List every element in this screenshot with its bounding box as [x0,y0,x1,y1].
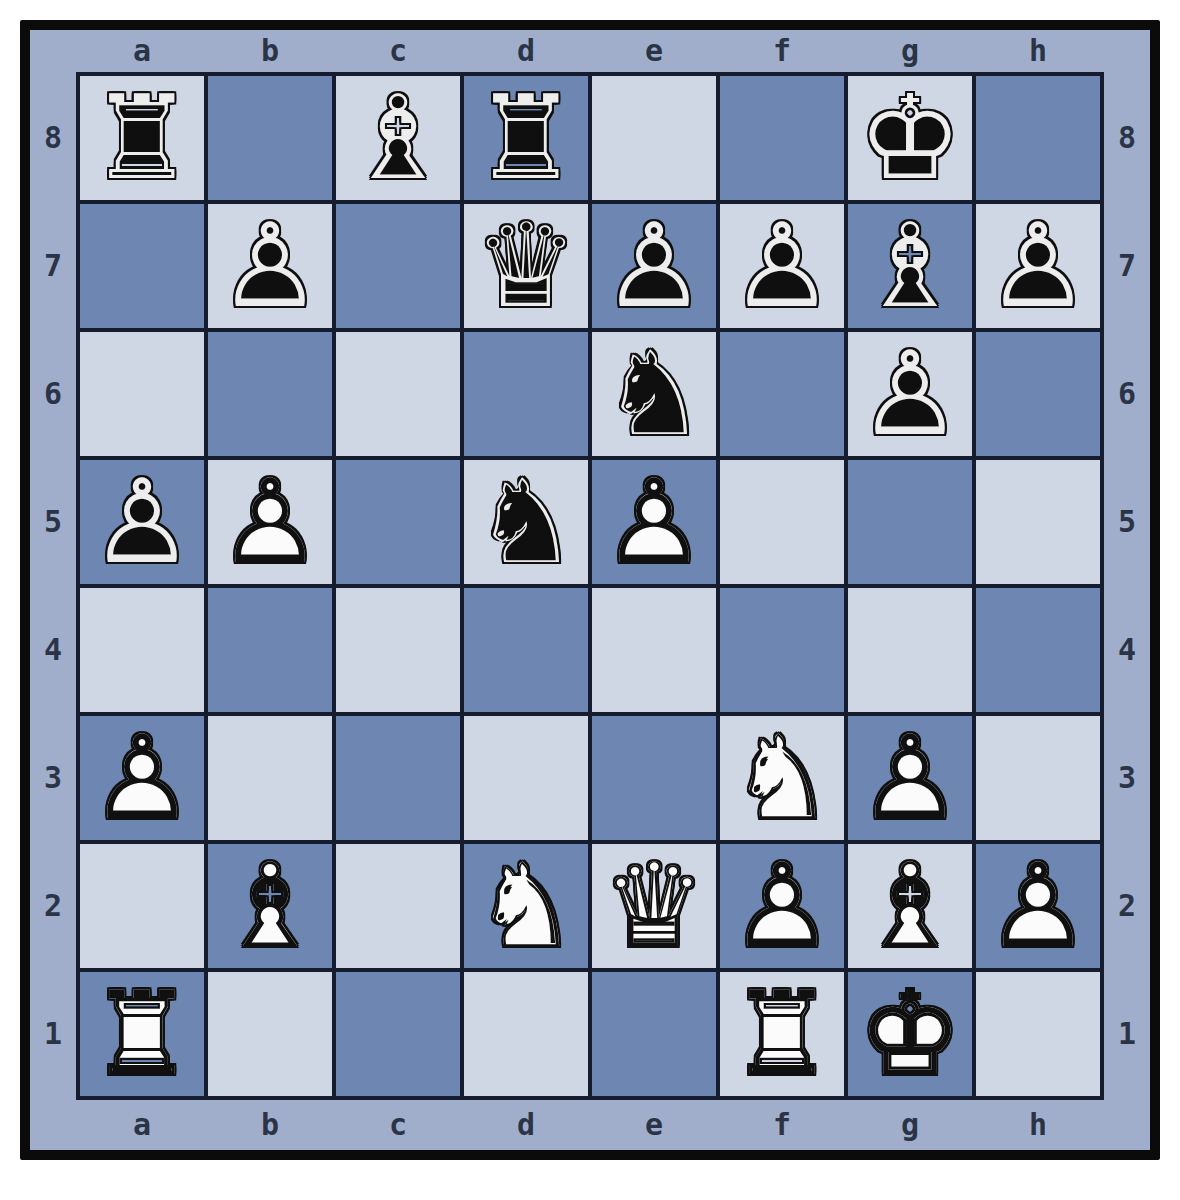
piece-black-knight: ♞♘ [464,460,588,584]
coord-label-4: 4 [30,588,76,712]
square-g6[interactable]: ♟♙ [848,332,972,456]
coord-label-7: 7 [30,204,76,328]
rank-labels-left: 87654321 [30,72,76,1100]
piece-white-pawn: ♟♙ [80,716,204,840]
square-e1[interactable] [592,972,716,1096]
piece-white-pawn: ♟♙ [848,716,972,840]
piece-black-queen: ♛♕ [464,204,588,328]
square-a7[interactable] [80,204,204,328]
piece-white-king: ♚♔ [848,972,972,1096]
square-d6[interactable] [464,332,588,456]
square-e2[interactable]: ♛♕ [592,844,716,968]
square-g2[interactable]: ♝♗ [848,844,972,968]
coord-label-b: b [208,36,332,66]
coord-label-8: 8 [1104,76,1150,200]
coord-label-h: h [976,1110,1100,1140]
board-grid: ♜♖♝♗♜♖♚♔♟♙♛♕♟♙♟♙♝♗♟♙♞♘♟♙♟♙♟♙♞♘♟♙♟♙♞♘♟♙♝♗… [76,72,1104,1100]
square-a5[interactable]: ♟♙ [80,460,204,584]
piece-white-knight: ♞♘ [720,716,844,840]
coord-label-4: 4 [1104,588,1150,712]
piece-white-pawn: ♟♙ [208,460,332,584]
square-g7[interactable]: ♝♗ [848,204,972,328]
piece-black-pawn: ♟♙ [976,204,1100,328]
square-c3[interactable] [336,716,460,840]
square-d7[interactable]: ♛♕ [464,204,588,328]
square-f7[interactable]: ♟♙ [720,204,844,328]
square-c1[interactable] [336,972,460,1096]
square-d4[interactable] [464,588,588,712]
square-h8[interactable] [976,76,1100,200]
coord-label-a: a [80,1110,204,1140]
coord-label-c: c [336,36,460,66]
coord-label-2: 2 [1104,844,1150,968]
coord-label-b: b [208,1110,332,1140]
piece-black-knight: ♞♘ [592,332,716,456]
piece-black-pawn: ♟♙ [208,204,332,328]
piece-white-knight: ♞♘ [464,844,588,968]
piece-black-rook: ♜♖ [80,76,204,200]
square-g4[interactable] [848,588,972,712]
coord-label-g: g [848,1110,972,1140]
square-c4[interactable] [336,588,460,712]
square-e3[interactable] [592,716,716,840]
square-f3[interactable]: ♞♘ [720,716,844,840]
square-f8[interactable] [720,76,844,200]
square-b1[interactable] [208,972,332,1096]
piece-black-pawn: ♟♙ [848,332,972,456]
coord-label-3: 3 [30,716,76,840]
coord-label-d: d [464,36,588,66]
square-e6[interactable]: ♞♘ [592,332,716,456]
board-frame: abcdefgh 87654321 ♜♖♝♗♜♖♚♔♟♙♛♕♟♙♟♙♝♗♟♙♞♘… [30,30,1150,1150]
coord-label-6: 6 [1104,332,1150,456]
square-a8[interactable]: ♜♖ [80,76,204,200]
coord-label-1: 1 [30,972,76,1096]
square-c2[interactable] [336,844,460,968]
square-g5[interactable] [848,460,972,584]
coord-label-6: 6 [30,332,76,456]
piece-black-pawn: ♟♙ [80,460,204,584]
coord-label-8: 8 [30,76,76,200]
piece-black-pawn: ♟♙ [592,204,716,328]
piece-white-pawn: ♟♙ [976,844,1100,968]
square-f1[interactable]: ♜♖ [720,972,844,1096]
square-d1[interactable] [464,972,588,1096]
piece-black-king: ♚♔ [848,76,972,200]
file-labels-bottom: abcdefgh [76,1100,1104,1150]
square-f4[interactable] [720,588,844,712]
square-h4[interactable] [976,588,1100,712]
square-b2[interactable]: ♝♗ [208,844,332,968]
square-e7[interactable]: ♟♙ [592,204,716,328]
coord-label-d: d [464,1110,588,1140]
square-e8[interactable] [592,76,716,200]
piece-black-rook: ♜♖ [464,76,588,200]
coord-label-h: h [976,36,1100,66]
square-a4[interactable] [80,588,204,712]
coord-label-3: 3 [1104,716,1150,840]
coord-label-e: e [592,1110,716,1140]
piece-white-bishop: ♝♗ [848,844,972,968]
piece-white-bishop: ♝♗ [208,844,332,968]
chessboard: abcdefgh 87654321 ♜♖♝♗♜♖♚♔♟♙♛♕♟♙♟♙♝♗♟♙♞♘… [20,20,1160,1160]
coord-label-c: c [336,1110,460,1140]
square-h2[interactable]: ♟♙ [976,844,1100,968]
coord-label-f: f [720,1110,844,1140]
coord-label-5: 5 [30,460,76,584]
square-h1[interactable] [976,972,1100,1096]
square-a2[interactable] [80,844,204,968]
square-g8[interactable]: ♚♔ [848,76,972,200]
coord-label-e: e [592,36,716,66]
square-b6[interactable] [208,332,332,456]
piece-white-rook: ♜♖ [80,972,204,1096]
coord-label-f: f [720,36,844,66]
square-d2[interactable]: ♞♘ [464,844,588,968]
square-h7[interactable]: ♟♙ [976,204,1100,328]
square-a6[interactable] [80,332,204,456]
square-h3[interactable] [976,716,1100,840]
piece-black-pawn: ♟♙ [720,204,844,328]
square-b4[interactable] [208,588,332,712]
square-c7[interactable] [336,204,460,328]
piece-white-pawn: ♟♙ [720,844,844,968]
coord-label-5: 5 [1104,460,1150,584]
square-b3[interactable] [208,716,332,840]
file-labels-top: abcdefgh [76,30,1104,72]
piece-white-pawn: ♟♙ [592,460,716,584]
piece-white-queen: ♛♕ [592,844,716,968]
square-d8[interactable]: ♜♖ [464,76,588,200]
coord-label-a: a [80,36,204,66]
coord-label-7: 7 [1104,204,1150,328]
square-d5[interactable]: ♞♘ [464,460,588,584]
coord-label-2: 2 [30,844,76,968]
piece-black-bishop: ♝♗ [336,76,460,200]
page: abcdefgh 87654321 ♜♖♝♗♜♖♚♔♟♙♛♕♟♙♟♙♝♗♟♙♞♘… [0,0,1180,1160]
square-h5[interactable] [976,460,1100,584]
square-d3[interactable] [464,716,588,840]
square-a1[interactable]: ♜♖ [80,972,204,1096]
square-b5[interactable]: ♟♙ [208,460,332,584]
square-f6[interactable] [720,332,844,456]
piece-white-rook: ♜♖ [720,972,844,1096]
square-h6[interactable] [976,332,1100,456]
square-g3[interactable]: ♟♙ [848,716,972,840]
square-e5[interactable]: ♟♙ [592,460,716,584]
rank-labels-right: 87654321 [1104,72,1150,1100]
piece-black-bishop: ♝♗ [848,204,972,328]
square-c5[interactable] [336,460,460,584]
square-g1[interactable]: ♚♔ [848,972,972,1096]
coord-label-g: g [848,36,972,66]
square-f2[interactable]: ♟♙ [720,844,844,968]
square-e4[interactable] [592,588,716,712]
square-b7[interactable]: ♟♙ [208,204,332,328]
square-a3[interactable]: ♟♙ [80,716,204,840]
square-b8[interactable] [208,76,332,200]
square-c8[interactable]: ♝♗ [336,76,460,200]
coord-label-1: 1 [1104,972,1150,1096]
square-c6[interactable] [336,332,460,456]
square-f5[interactable] [720,460,844,584]
